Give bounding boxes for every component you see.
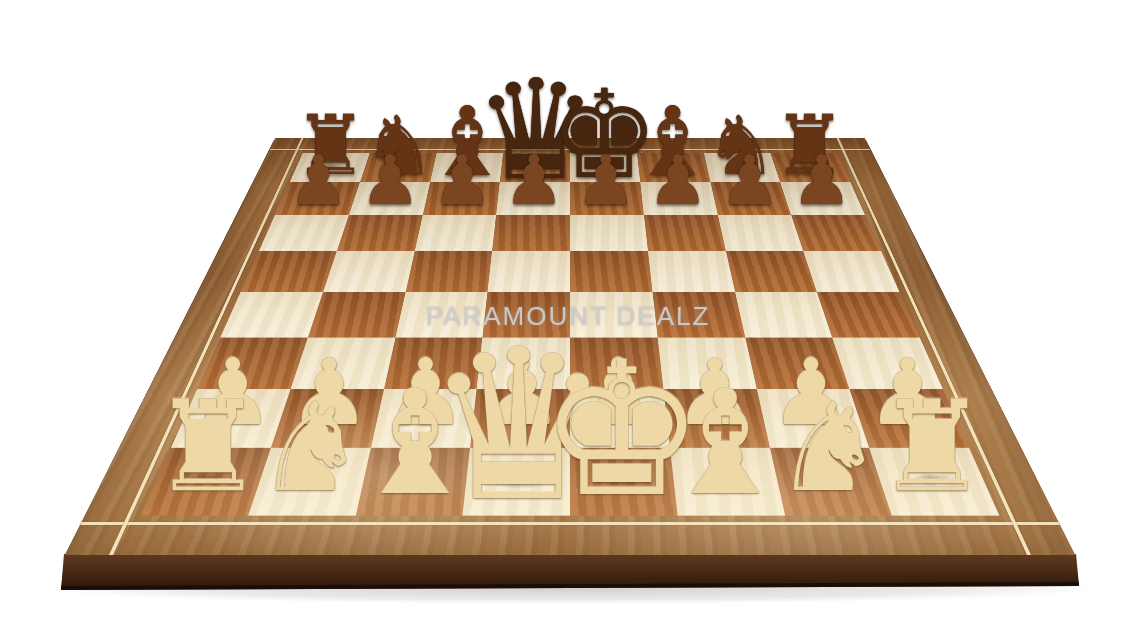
square-d5[interactable]: [488, 251, 570, 292]
square-g4[interactable]: [735, 292, 833, 338]
square-g5[interactable]: [726, 251, 817, 292]
square-e6[interactable]: [570, 215, 648, 251]
square-h4[interactable]: [817, 292, 920, 338]
piece-black-pawn-a7[interactable]: ♟: [288, 146, 349, 214]
square-f5[interactable]: [648, 251, 735, 292]
piece-white-bishop-f1[interactable]: ♝: [660, 369, 790, 514]
piece-black-pawn-d7[interactable]: ♟: [503, 146, 564, 214]
watermark: PARAMOUNT DEALZ: [426, 301, 711, 332]
square-c6[interactable]: [414, 215, 496, 251]
piece-white-rook-h1[interactable]: ♜: [876, 384, 989, 510]
square-b4[interactable]: [308, 292, 406, 338]
square-h5[interactable]: [803, 251, 899, 292]
square-e5[interactable]: [570, 251, 652, 292]
ground-shadow: [45, 574, 1095, 604]
square-c5[interactable]: [405, 251, 492, 292]
piece-white-knight-g1[interactable]: ♞: [773, 386, 883, 509]
square-f6[interactable]: [644, 215, 726, 251]
square-a6[interactable]: [259, 215, 349, 251]
square-g6[interactable]: [718, 215, 804, 251]
piece-black-pawn-g7[interactable]: ♟: [719, 146, 780, 214]
square-d6[interactable]: [492, 215, 570, 251]
square-a5[interactable]: [241, 251, 337, 292]
square-a4[interactable]: [220, 292, 323, 338]
piece-black-pawn-f7[interactable]: ♟: [647, 146, 708, 214]
piece-black-pawn-b7[interactable]: ♟: [360, 146, 421, 214]
square-b6[interactable]: [337, 215, 423, 251]
piece-black-pawn-h7[interactable]: ♟: [791, 146, 852, 214]
square-b5[interactable]: [323, 251, 414, 292]
piece-white-rook-a1[interactable]: ♜: [152, 384, 265, 510]
square-h6[interactable]: [791, 215, 881, 251]
piece-black-pawn-e7[interactable]: ♟: [575, 146, 636, 214]
product-photo: ♜♞♝♛♚♝♞♜♟♟♟♟♟♟♟♟♟♟♟♟♟♟♟♟♜♞♝♛♚♝♞♜ PARAMOU…: [0, 0, 1140, 641]
board-front-edge: [61, 554, 1079, 590]
piece-black-pawn-c7[interactable]: ♟: [431, 146, 492, 214]
